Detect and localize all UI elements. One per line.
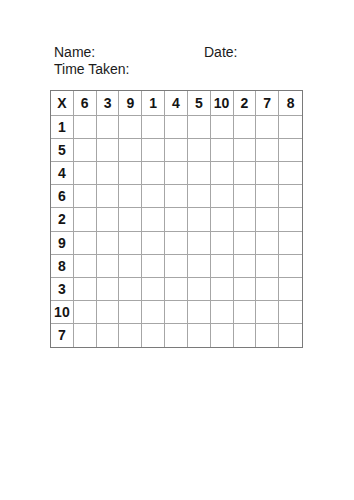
answer-cell[interactable] [188, 162, 211, 185]
answer-cell[interactable] [234, 301, 257, 324]
answer-cell[interactable] [256, 324, 279, 347]
answer-cell[interactable] [142, 255, 165, 278]
answer-cell[interactable] [74, 278, 97, 301]
row-header-cell: 5 [51, 139, 74, 162]
answer-cell[interactable] [188, 185, 211, 208]
answer-cell[interactable] [234, 162, 257, 185]
answer-cell[interactable] [234, 116, 257, 139]
answer-cell[interactable] [74, 208, 97, 231]
answer-cell[interactable] [256, 278, 279, 301]
answer-cell[interactable] [165, 116, 188, 139]
row-header-cell: 9 [51, 232, 74, 255]
answer-cell[interactable] [279, 162, 302, 185]
answer-cell[interactable] [74, 324, 97, 347]
answer-cell[interactable] [165, 208, 188, 231]
answer-cell[interactable] [188, 139, 211, 162]
time-taken-label: Time Taken: [54, 61, 129, 77]
answer-cell[interactable] [165, 185, 188, 208]
answer-cell[interactable] [279, 324, 302, 347]
answer-cell[interactable] [211, 324, 234, 347]
answer-cell[interactable] [74, 232, 97, 255]
col-header-cell: 6 [74, 91, 97, 116]
row-header-cell: 2 [51, 208, 74, 231]
answer-cell[interactable] [165, 278, 188, 301]
answer-cell[interactable] [256, 255, 279, 278]
answer-cell[interactable] [211, 139, 234, 162]
answer-cell[interactable] [234, 208, 257, 231]
answer-cell[interactable] [119, 185, 142, 208]
answer-cell[interactable] [211, 278, 234, 301]
col-header-cell: 9 [119, 91, 142, 116]
answer-cell[interactable] [97, 255, 120, 278]
col-header-cell: 2 [234, 91, 257, 116]
answer-cell[interactable] [119, 324, 142, 347]
answer-cell[interactable] [188, 232, 211, 255]
answer-cell[interactable] [211, 185, 234, 208]
answer-cell[interactable] [74, 162, 97, 185]
answer-cell[interactable] [74, 116, 97, 139]
answer-cell[interactable] [165, 139, 188, 162]
answer-cell[interactable] [256, 116, 279, 139]
answer-cell[interactable] [211, 208, 234, 231]
answer-cell[interactable] [142, 185, 165, 208]
answer-cell[interactable] [142, 162, 165, 185]
answer-cell[interactable] [188, 116, 211, 139]
answer-cell[interactable] [165, 301, 188, 324]
col-header-cell: 10 [211, 91, 234, 116]
answer-cell[interactable] [279, 255, 302, 278]
answer-cell[interactable] [279, 301, 302, 324]
answer-cell[interactable] [211, 232, 234, 255]
name-label: Name: [54, 44, 95, 60]
answer-cell[interactable] [119, 139, 142, 162]
answer-cell[interactable] [142, 278, 165, 301]
answer-cell[interactable] [211, 116, 234, 139]
answer-cell[interactable] [234, 278, 257, 301]
answer-cell[interactable] [97, 278, 120, 301]
answer-cell[interactable] [279, 185, 302, 208]
answer-cell[interactable] [188, 255, 211, 278]
answer-cell[interactable] [97, 208, 120, 231]
answer-cell[interactable] [279, 232, 302, 255]
answer-cell[interactable] [279, 208, 302, 231]
answer-cell[interactable] [142, 116, 165, 139]
answer-cell[interactable] [119, 208, 142, 231]
answer-cell[interactable] [234, 185, 257, 208]
corner-cell-x: X [51, 91, 74, 116]
answer-cell[interactable] [279, 139, 302, 162]
answer-cell[interactable] [97, 162, 120, 185]
answer-cell[interactable] [97, 185, 120, 208]
col-header-cell: 3 [97, 91, 120, 116]
answer-cell[interactable] [188, 278, 211, 301]
answer-cell[interactable] [97, 301, 120, 324]
answer-cell[interactable] [142, 208, 165, 231]
answer-cell[interactable] [142, 324, 165, 347]
answer-cell[interactable] [119, 301, 142, 324]
answer-cell[interactable] [188, 301, 211, 324]
multiplication-grid: X6391451027815462983107 [50, 90, 303, 348]
answer-cell[interactable] [165, 232, 188, 255]
col-header-cell: 4 [165, 91, 188, 116]
answer-cell[interactable] [119, 116, 142, 139]
answer-cell[interactable] [74, 185, 97, 208]
answer-cell[interactable] [256, 139, 279, 162]
answer-cell[interactable] [256, 208, 279, 231]
answer-cell[interactable] [165, 255, 188, 278]
answer-cell[interactable] [234, 324, 257, 347]
answer-cell[interactable] [165, 324, 188, 347]
answer-cell[interactable] [279, 278, 302, 301]
answer-cell[interactable] [142, 232, 165, 255]
answer-cell[interactable] [142, 139, 165, 162]
answer-cell[interactable] [142, 301, 165, 324]
answer-cell[interactable] [279, 116, 302, 139]
answer-cell[interactable] [119, 162, 142, 185]
answer-cell[interactable] [165, 162, 188, 185]
answer-cell[interactable] [188, 208, 211, 231]
row-header-cell: 8 [51, 255, 74, 278]
answer-cell[interactable] [211, 162, 234, 185]
answer-cell[interactable] [256, 301, 279, 324]
answer-cell[interactable] [256, 162, 279, 185]
row-header-cell: 10 [51, 301, 74, 324]
answer-cell[interactable] [234, 232, 257, 255]
answer-cell[interactable] [74, 301, 97, 324]
row-header-cell: 4 [51, 162, 74, 185]
answer-cell[interactable] [211, 255, 234, 278]
col-header-cell: 7 [256, 91, 279, 116]
row-header-cell: 6 [51, 185, 74, 208]
row-header-cell: 3 [51, 278, 74, 301]
worksheet-page: Name: Date: Time Taken: X639145102781546… [0, 0, 354, 500]
row-header-cell: 1 [51, 116, 74, 139]
answer-cell[interactable] [211, 301, 234, 324]
answer-cell[interactable] [97, 232, 120, 255]
col-header-cell: 1 [142, 91, 165, 116]
col-header-cell: 8 [279, 91, 302, 116]
answer-cell[interactable] [188, 324, 211, 347]
answer-cell[interactable] [97, 139, 120, 162]
answer-cell[interactable] [234, 139, 257, 162]
answer-cell[interactable] [97, 116, 120, 139]
answer-cell[interactable] [119, 278, 142, 301]
answer-cell[interactable] [119, 232, 142, 255]
row-header-cell: 7 [51, 324, 74, 347]
date-label: Date: [204, 44, 237, 60]
answer-cell[interactable] [74, 255, 97, 278]
col-header-cell: 5 [188, 91, 211, 116]
answer-cell[interactable] [256, 232, 279, 255]
answer-cell[interactable] [97, 324, 120, 347]
answer-cell[interactable] [234, 255, 257, 278]
answer-cell[interactable] [119, 255, 142, 278]
answer-cell[interactable] [256, 185, 279, 208]
answer-cell[interactable] [74, 139, 97, 162]
